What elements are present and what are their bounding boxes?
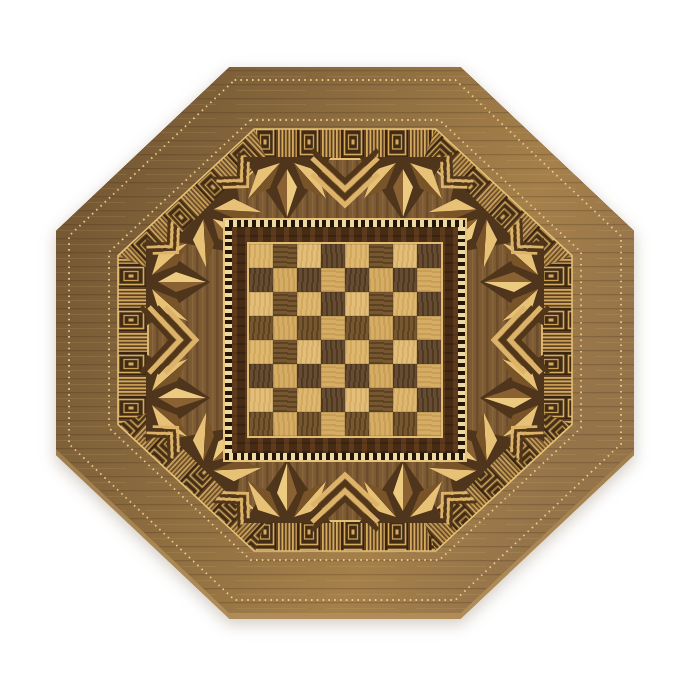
dentil-strip-bottom [225, 453, 465, 460]
dentil-border [225, 220, 465, 460]
square-h6[interactable] [417, 292, 441, 316]
square-c8[interactable] [297, 244, 321, 268]
chessboard-panel [223, 218, 467, 462]
square-b8[interactable] [273, 244, 297, 268]
game-table [0, 0, 690, 690]
square-f6[interactable] [369, 292, 393, 316]
square-g1[interactable] [393, 412, 417, 436]
square-d4[interactable] [321, 340, 345, 364]
square-a2[interactable] [249, 388, 273, 412]
square-f2[interactable] [369, 388, 393, 412]
square-g7[interactable] [393, 268, 417, 292]
square-f1[interactable] [369, 412, 393, 436]
square-e6[interactable] [345, 292, 369, 316]
square-g2[interactable] [393, 388, 417, 412]
square-g8[interactable] [393, 244, 417, 268]
dentil-strip-left [225, 227, 232, 453]
square-a6[interactable] [249, 292, 273, 316]
dentil-strip-top [225, 220, 465, 227]
square-a1[interactable] [249, 412, 273, 436]
square-a3[interactable] [249, 364, 273, 388]
square-c2[interactable] [297, 388, 321, 412]
square-b3[interactable] [273, 364, 297, 388]
square-c6[interactable] [297, 292, 321, 316]
square-c4[interactable] [297, 340, 321, 364]
square-e4[interactable] [345, 340, 369, 364]
square-e3[interactable] [345, 364, 369, 388]
dentil-strip-right [458, 227, 465, 453]
square-e5[interactable] [345, 316, 369, 340]
square-c1[interactable] [297, 412, 321, 436]
square-e7[interactable] [345, 268, 369, 292]
square-c7[interactable] [297, 268, 321, 292]
square-h4[interactable] [417, 340, 441, 364]
table-top [56, 67, 634, 613]
square-g5[interactable] [393, 316, 417, 340]
square-e1[interactable] [345, 412, 369, 436]
square-c5[interactable] [297, 316, 321, 340]
square-b1[interactable] [273, 412, 297, 436]
square-f7[interactable] [369, 268, 393, 292]
square-d5[interactable] [321, 316, 345, 340]
square-h7[interactable] [417, 268, 441, 292]
square-a8[interactable] [249, 244, 273, 268]
photo-canvas [0, 0, 690, 690]
square-d3[interactable] [321, 364, 345, 388]
square-b4[interactable] [273, 340, 297, 364]
square-b5[interactable] [273, 316, 297, 340]
square-f3[interactable] [369, 364, 393, 388]
square-f4[interactable] [369, 340, 393, 364]
square-g4[interactable] [393, 340, 417, 364]
square-h3[interactable] [417, 364, 441, 388]
square-h8[interactable] [417, 244, 441, 268]
square-b6[interactable] [273, 292, 297, 316]
board-frame-line [247, 242, 443, 438]
square-g6[interactable] [393, 292, 417, 316]
square-d6[interactable] [321, 292, 345, 316]
square-d2[interactable] [321, 388, 345, 412]
square-a4[interactable] [249, 340, 273, 364]
square-d8[interactable] [321, 244, 345, 268]
square-e8[interactable] [345, 244, 369, 268]
square-f5[interactable] [369, 316, 393, 340]
rosewood-frame [232, 227, 458, 453]
square-c3[interactable] [297, 364, 321, 388]
square-d7[interactable] [321, 268, 345, 292]
square-b7[interactable] [273, 268, 297, 292]
square-h2[interactable] [417, 388, 441, 412]
square-a7[interactable] [249, 268, 273, 292]
square-h1[interactable] [417, 412, 441, 436]
square-h5[interactable] [417, 316, 441, 340]
square-d1[interactable] [321, 412, 345, 436]
square-g3[interactable] [393, 364, 417, 388]
chess-board[interactable] [249, 244, 441, 436]
square-f8[interactable] [369, 244, 393, 268]
square-a5[interactable] [249, 316, 273, 340]
square-e2[interactable] [345, 388, 369, 412]
square-b2[interactable] [273, 388, 297, 412]
